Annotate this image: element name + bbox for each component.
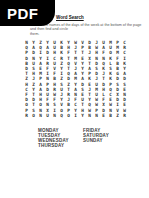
word-list-item: SATURDAY [83,133,109,138]
word-list-right: FRIDAYSATURDAYSUNDAY [83,128,109,143]
page-title: Word Search [56,15,84,20]
grid-cell: N [86,113,93,118]
grid-cell: U [44,113,51,118]
grid-cell: B [107,113,114,118]
grid-cell: N [37,113,44,118]
word-list-item: SUNDAY [83,138,109,143]
worksheet-page: PDF Word Search Look at the names of the… [0,0,149,198]
grid-cell: R [121,113,128,118]
grid-cell: Q [58,113,65,118]
pdf-file-badge[interactable]: PDF [0,0,55,26]
word-list-left: MONDAYTUESDAYWEDNESDAYTHURSDAY [38,128,69,148]
grid-cell: Z [114,113,121,118]
grid-cell: N [51,113,58,118]
instructions-line2: them. [30,32,148,37]
word-search-grid: NYZYUKYWVDJUMPCQAQAUBHJPBWAUMRPDIDHKFTTJ… [23,40,128,118]
grid-cell: R [23,113,30,118]
grid-cell: O [30,113,37,118]
word-list-item: THURSDAY [38,143,69,148]
grid-cell: Y [79,113,86,118]
grid-cell: I [72,113,79,118]
instructions-text: Look at the names of the days of the wee… [30,23,148,37]
grid-cell: O [65,113,72,118]
grid-cell: N [93,113,100,118]
pdf-badge-label: PDF [7,5,39,22]
grid-cell: E [100,113,107,118]
